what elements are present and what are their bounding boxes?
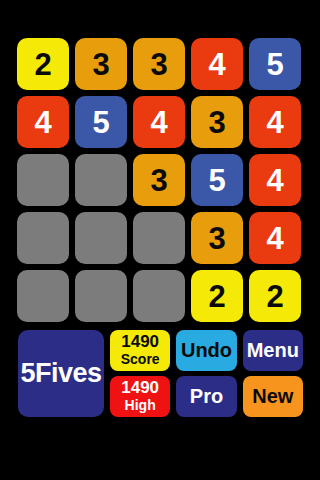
tile-3: 3: [191, 212, 243, 264]
high-score-display: 1490 High: [110, 376, 170, 417]
tile-3: 3: [133, 154, 185, 206]
score-display: 1490 Score: [110, 330, 170, 371]
undo-button[interactable]: Undo: [176, 330, 236, 371]
menu-button[interactable]: Menu: [243, 330, 303, 371]
high-score-label: High: [125, 398, 156, 413]
tile-4: 4: [17, 96, 69, 148]
tile-4: 4: [133, 96, 185, 148]
game-board[interactable]: 23345454343543422: [17, 38, 301, 322]
undo-pro-column: Undo Pro: [176, 330, 236, 417]
app-title: 5Fives: [18, 330, 104, 417]
app-screen: 23345454343543422 5Fives 1490 Score 1490…: [0, 0, 320, 480]
tile-4: 4: [249, 154, 301, 206]
tile-empty: [17, 270, 69, 322]
pro-button[interactable]: Pro: [176, 376, 236, 417]
tile-empty: [17, 154, 69, 206]
tile-2: 2: [17, 38, 69, 90]
score-value: 1490: [121, 333, 159, 352]
score-column: 1490 Score 1490 High: [110, 330, 170, 417]
tile-2: 2: [249, 270, 301, 322]
tile-4: 4: [191, 38, 243, 90]
tile-5: 5: [191, 154, 243, 206]
new-button[interactable]: New: [243, 376, 303, 417]
tile-2: 2: [191, 270, 243, 322]
tile-3: 3: [133, 38, 185, 90]
tile-empty: [75, 270, 127, 322]
tile-empty: [133, 212, 185, 264]
tile-empty: [133, 270, 185, 322]
tile-empty: [75, 154, 127, 206]
tile-empty: [75, 212, 127, 264]
tile-empty: [17, 212, 69, 264]
tile-4: 4: [249, 212, 301, 264]
tile-5: 5: [249, 38, 301, 90]
tile-4: 4: [249, 96, 301, 148]
tile-3: 3: [191, 96, 243, 148]
score-label: Score: [121, 352, 160, 367]
high-score-value: 1490: [121, 379, 159, 398]
tile-3: 3: [75, 38, 127, 90]
tile-5: 5: [75, 96, 127, 148]
footer-bar: 5Fives 1490 Score 1490 High Undo Pro Men…: [18, 330, 303, 417]
menu-new-column: Menu New: [243, 330, 303, 417]
